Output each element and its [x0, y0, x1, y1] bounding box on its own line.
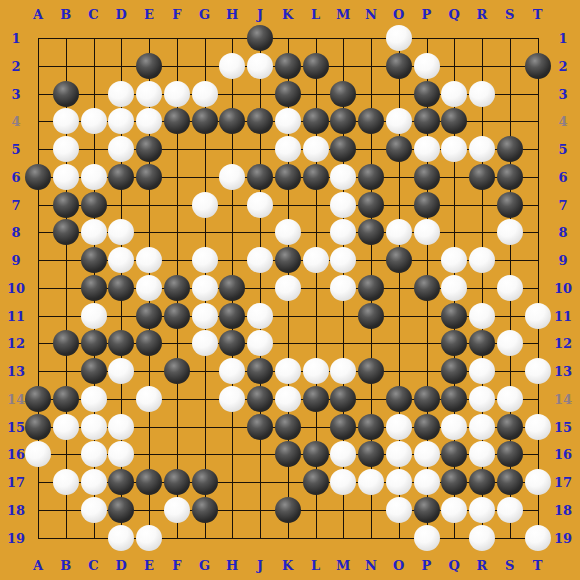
point-N14[interactable]	[357, 385, 385, 413]
point-C4[interactable]	[80, 107, 108, 135]
point-F11[interactable]	[163, 302, 191, 330]
point-Q18[interactable]	[440, 496, 468, 524]
point-B10[interactable]	[52, 274, 80, 302]
point-J1[interactable]	[246, 24, 274, 52]
point-F5[interactable]	[163, 135, 191, 163]
point-N9[interactable]	[357, 246, 385, 274]
point-C14[interactable]	[80, 385, 108, 413]
point-L13[interactable]	[302, 357, 330, 385]
point-M15[interactable]	[329, 413, 357, 441]
point-G13[interactable]	[191, 357, 219, 385]
point-R7[interactable]	[468, 191, 496, 219]
point-B3[interactable]	[52, 80, 80, 108]
point-G17[interactable]	[191, 468, 219, 496]
point-N11[interactable]	[357, 302, 385, 330]
point-K4[interactable]	[274, 107, 302, 135]
point-Q5[interactable]	[440, 135, 468, 163]
point-G9[interactable]	[191, 246, 219, 274]
point-J5[interactable]	[246, 135, 274, 163]
point-J18[interactable]	[246, 496, 274, 524]
point-S16[interactable]	[496, 440, 524, 468]
point-C5[interactable]	[80, 135, 108, 163]
point-R17[interactable]	[468, 468, 496, 496]
point-T3[interactable]	[524, 80, 552, 108]
point-H2[interactable]	[218, 52, 246, 80]
point-Q6[interactable]	[440, 163, 468, 191]
point-A16[interactable]	[24, 440, 52, 468]
point-M7[interactable]	[329, 191, 357, 219]
point-T7[interactable]	[524, 191, 552, 219]
point-F18[interactable]	[163, 496, 191, 524]
point-R8[interactable]	[468, 218, 496, 246]
point-F7[interactable]	[163, 191, 191, 219]
point-J17[interactable]	[246, 468, 274, 496]
point-F13[interactable]	[163, 357, 191, 385]
point-H16[interactable]	[218, 440, 246, 468]
point-D12[interactable]	[107, 329, 135, 357]
point-L12[interactable]	[302, 329, 330, 357]
point-C11[interactable]	[80, 302, 108, 330]
point-S1[interactable]	[496, 24, 524, 52]
point-F14[interactable]	[163, 385, 191, 413]
point-A5[interactable]	[24, 135, 52, 163]
point-B19[interactable]	[52, 524, 80, 552]
point-L10[interactable]	[302, 274, 330, 302]
point-J13[interactable]	[246, 357, 274, 385]
point-S15[interactable]	[496, 413, 524, 441]
point-E6[interactable]	[135, 163, 163, 191]
point-D7[interactable]	[107, 191, 135, 219]
point-Q4[interactable]	[440, 107, 468, 135]
point-A11[interactable]	[24, 302, 52, 330]
point-N8[interactable]	[357, 218, 385, 246]
point-R2[interactable]	[468, 52, 496, 80]
point-S7[interactable]	[496, 191, 524, 219]
point-F8[interactable]	[163, 218, 191, 246]
point-B15[interactable]	[52, 413, 80, 441]
point-L19[interactable]	[302, 524, 330, 552]
point-H14[interactable]	[218, 385, 246, 413]
point-K9[interactable]	[274, 246, 302, 274]
point-Q10[interactable]	[440, 274, 468, 302]
point-E11[interactable]	[135, 302, 163, 330]
point-J6[interactable]	[246, 163, 274, 191]
point-F9[interactable]	[163, 246, 191, 274]
point-R19[interactable]	[468, 524, 496, 552]
point-Q14[interactable]	[440, 385, 468, 413]
point-T18[interactable]	[524, 496, 552, 524]
point-Q9[interactable]	[440, 246, 468, 274]
point-C13[interactable]	[80, 357, 108, 385]
point-T15[interactable]	[524, 413, 552, 441]
point-A15[interactable]	[24, 413, 52, 441]
point-P3[interactable]	[413, 80, 441, 108]
point-E2[interactable]	[135, 52, 163, 80]
point-N5[interactable]	[357, 135, 385, 163]
point-D1[interactable]	[107, 24, 135, 52]
point-Q16[interactable]	[440, 440, 468, 468]
point-A7[interactable]	[24, 191, 52, 219]
point-J8[interactable]	[246, 218, 274, 246]
point-D10[interactable]	[107, 274, 135, 302]
point-B18[interactable]	[52, 496, 80, 524]
point-C2[interactable]	[80, 52, 108, 80]
point-B12[interactable]	[52, 329, 80, 357]
point-T11[interactable]	[524, 302, 552, 330]
point-L2[interactable]	[302, 52, 330, 80]
point-P8[interactable]	[413, 218, 441, 246]
point-P6[interactable]	[413, 163, 441, 191]
point-T2[interactable]	[524, 52, 552, 80]
point-H12[interactable]	[218, 329, 246, 357]
point-O13[interactable]	[385, 357, 413, 385]
point-A14[interactable]	[24, 385, 52, 413]
point-E14[interactable]	[135, 385, 163, 413]
point-S4[interactable]	[496, 107, 524, 135]
point-S3[interactable]	[496, 80, 524, 108]
point-G4[interactable]	[191, 107, 219, 135]
point-D13[interactable]	[107, 357, 135, 385]
point-R5[interactable]	[468, 135, 496, 163]
point-E4[interactable]	[135, 107, 163, 135]
point-M19[interactable]	[329, 524, 357, 552]
point-G19[interactable]	[191, 524, 219, 552]
point-C7[interactable]	[80, 191, 108, 219]
point-J12[interactable]	[246, 329, 274, 357]
point-A19[interactable]	[24, 524, 52, 552]
point-O16[interactable]	[385, 440, 413, 468]
point-T6[interactable]	[524, 163, 552, 191]
point-E1[interactable]	[135, 24, 163, 52]
point-S11[interactable]	[496, 302, 524, 330]
point-M6[interactable]	[329, 163, 357, 191]
point-O12[interactable]	[385, 329, 413, 357]
point-J11[interactable]	[246, 302, 274, 330]
point-S5[interactable]	[496, 135, 524, 163]
point-K10[interactable]	[274, 274, 302, 302]
point-S8[interactable]	[496, 218, 524, 246]
point-Q17[interactable]	[440, 468, 468, 496]
point-D19[interactable]	[107, 524, 135, 552]
point-T4[interactable]	[524, 107, 552, 135]
point-G12[interactable]	[191, 329, 219, 357]
point-Q19[interactable]	[440, 524, 468, 552]
point-G2[interactable]	[191, 52, 219, 80]
point-F10[interactable]	[163, 274, 191, 302]
point-R16[interactable]	[468, 440, 496, 468]
point-L18[interactable]	[302, 496, 330, 524]
point-O5[interactable]	[385, 135, 413, 163]
point-T12[interactable]	[524, 329, 552, 357]
point-N1[interactable]	[357, 24, 385, 52]
point-P4[interactable]	[413, 107, 441, 135]
point-O17[interactable]	[385, 468, 413, 496]
point-M3[interactable]	[329, 80, 357, 108]
point-O2[interactable]	[385, 52, 413, 80]
point-G14[interactable]	[191, 385, 219, 413]
point-B7[interactable]	[52, 191, 80, 219]
point-D6[interactable]	[107, 163, 135, 191]
point-Q11[interactable]	[440, 302, 468, 330]
point-Q3[interactable]	[440, 80, 468, 108]
point-T16[interactable]	[524, 440, 552, 468]
point-F4[interactable]	[163, 107, 191, 135]
point-T17[interactable]	[524, 468, 552, 496]
point-E16[interactable]	[135, 440, 163, 468]
point-M18[interactable]	[329, 496, 357, 524]
point-M14[interactable]	[329, 385, 357, 413]
point-H4[interactable]	[218, 107, 246, 135]
point-P2[interactable]	[413, 52, 441, 80]
point-M9[interactable]	[329, 246, 357, 274]
point-K11[interactable]	[274, 302, 302, 330]
point-R4[interactable]	[468, 107, 496, 135]
point-A1[interactable]	[24, 24, 52, 52]
point-O10[interactable]	[385, 274, 413, 302]
point-N15[interactable]	[357, 413, 385, 441]
point-J9[interactable]	[246, 246, 274, 274]
point-N6[interactable]	[357, 163, 385, 191]
point-G3[interactable]	[191, 80, 219, 108]
point-R1[interactable]	[468, 24, 496, 52]
point-O11[interactable]	[385, 302, 413, 330]
point-S2[interactable]	[496, 52, 524, 80]
point-F19[interactable]	[163, 524, 191, 552]
point-L11[interactable]	[302, 302, 330, 330]
point-D8[interactable]	[107, 218, 135, 246]
point-R10[interactable]	[468, 274, 496, 302]
point-L3[interactable]	[302, 80, 330, 108]
point-S10[interactable]	[496, 274, 524, 302]
point-F16[interactable]	[163, 440, 191, 468]
point-L8[interactable]	[302, 218, 330, 246]
point-G1[interactable]	[191, 24, 219, 52]
point-M2[interactable]	[329, 52, 357, 80]
point-P15[interactable]	[413, 413, 441, 441]
point-F1[interactable]	[163, 24, 191, 52]
point-S14[interactable]	[496, 385, 524, 413]
point-Q1[interactable]	[440, 24, 468, 52]
point-P9[interactable]	[413, 246, 441, 274]
point-M10[interactable]	[329, 274, 357, 302]
point-D16[interactable]	[107, 440, 135, 468]
point-J19[interactable]	[246, 524, 274, 552]
point-O4[interactable]	[385, 107, 413, 135]
point-J7[interactable]	[246, 191, 274, 219]
point-A6[interactable]	[24, 163, 52, 191]
point-T10[interactable]	[524, 274, 552, 302]
point-A2[interactable]	[24, 52, 52, 80]
point-O14[interactable]	[385, 385, 413, 413]
point-H1[interactable]	[218, 24, 246, 52]
point-A13[interactable]	[24, 357, 52, 385]
point-O15[interactable]	[385, 413, 413, 441]
point-B9[interactable]	[52, 246, 80, 274]
point-C3[interactable]	[80, 80, 108, 108]
point-A8[interactable]	[24, 218, 52, 246]
point-P19[interactable]	[413, 524, 441, 552]
point-Q12[interactable]	[440, 329, 468, 357]
point-L15[interactable]	[302, 413, 330, 441]
point-H11[interactable]	[218, 302, 246, 330]
point-G15[interactable]	[191, 413, 219, 441]
point-H7[interactable]	[218, 191, 246, 219]
point-N19[interactable]	[357, 524, 385, 552]
point-E3[interactable]	[135, 80, 163, 108]
point-C16[interactable]	[80, 440, 108, 468]
point-L1[interactable]	[302, 24, 330, 52]
point-N16[interactable]	[357, 440, 385, 468]
point-R15[interactable]	[468, 413, 496, 441]
point-H10[interactable]	[218, 274, 246, 302]
point-M13[interactable]	[329, 357, 357, 385]
point-A3[interactable]	[24, 80, 52, 108]
point-Q2[interactable]	[440, 52, 468, 80]
point-G5[interactable]	[191, 135, 219, 163]
point-D5[interactable]	[107, 135, 135, 163]
point-O9[interactable]	[385, 246, 413, 274]
point-B6[interactable]	[52, 163, 80, 191]
point-D11[interactable]	[107, 302, 135, 330]
point-C1[interactable]	[80, 24, 108, 52]
point-H9[interactable]	[218, 246, 246, 274]
point-G10[interactable]	[191, 274, 219, 302]
point-C10[interactable]	[80, 274, 108, 302]
point-F2[interactable]	[163, 52, 191, 80]
point-N3[interactable]	[357, 80, 385, 108]
point-M16[interactable]	[329, 440, 357, 468]
point-Q13[interactable]	[440, 357, 468, 385]
point-D3[interactable]	[107, 80, 135, 108]
point-S13[interactable]	[496, 357, 524, 385]
point-E10[interactable]	[135, 274, 163, 302]
point-K18[interactable]	[274, 496, 302, 524]
point-M8[interactable]	[329, 218, 357, 246]
point-H6[interactable]	[218, 163, 246, 191]
point-F12[interactable]	[163, 329, 191, 357]
point-M12[interactable]	[329, 329, 357, 357]
point-F17[interactable]	[163, 468, 191, 496]
point-S18[interactable]	[496, 496, 524, 524]
point-H18[interactable]	[218, 496, 246, 524]
point-K17[interactable]	[274, 468, 302, 496]
point-R3[interactable]	[468, 80, 496, 108]
point-O8[interactable]	[385, 218, 413, 246]
point-P11[interactable]	[413, 302, 441, 330]
point-G11[interactable]	[191, 302, 219, 330]
point-N7[interactable]	[357, 191, 385, 219]
point-D2[interactable]	[107, 52, 135, 80]
point-Q7[interactable]	[440, 191, 468, 219]
point-T19[interactable]	[524, 524, 552, 552]
point-C18[interactable]	[80, 496, 108, 524]
point-P14[interactable]	[413, 385, 441, 413]
point-G18[interactable]	[191, 496, 219, 524]
point-H17[interactable]	[218, 468, 246, 496]
point-E19[interactable]	[135, 524, 163, 552]
point-C17[interactable]	[80, 468, 108, 496]
point-T13[interactable]	[524, 357, 552, 385]
point-O1[interactable]	[385, 24, 413, 52]
point-D9[interactable]	[107, 246, 135, 274]
point-B5[interactable]	[52, 135, 80, 163]
point-E7[interactable]	[135, 191, 163, 219]
point-M17[interactable]	[329, 468, 357, 496]
point-E9[interactable]	[135, 246, 163, 274]
point-P13[interactable]	[413, 357, 441, 385]
point-E18[interactable]	[135, 496, 163, 524]
point-A12[interactable]	[24, 329, 52, 357]
point-D18[interactable]	[107, 496, 135, 524]
point-A9[interactable]	[24, 246, 52, 274]
point-J2[interactable]	[246, 52, 274, 80]
point-R12[interactable]	[468, 329, 496, 357]
point-O18[interactable]	[385, 496, 413, 524]
point-P1[interactable]	[413, 24, 441, 52]
point-N10[interactable]	[357, 274, 385, 302]
point-C6[interactable]	[80, 163, 108, 191]
point-K19[interactable]	[274, 524, 302, 552]
point-B4[interactable]	[52, 107, 80, 135]
point-F15[interactable]	[163, 413, 191, 441]
point-D15[interactable]	[107, 413, 135, 441]
point-D17[interactable]	[107, 468, 135, 496]
point-G6[interactable]	[191, 163, 219, 191]
point-R13[interactable]	[468, 357, 496, 385]
point-L4[interactable]	[302, 107, 330, 135]
point-N12[interactable]	[357, 329, 385, 357]
point-T5[interactable]	[524, 135, 552, 163]
point-B13[interactable]	[52, 357, 80, 385]
point-F3[interactable]	[163, 80, 191, 108]
point-J3[interactable]	[246, 80, 274, 108]
point-L7[interactable]	[302, 191, 330, 219]
point-N18[interactable]	[357, 496, 385, 524]
point-K16[interactable]	[274, 440, 302, 468]
point-H8[interactable]	[218, 218, 246, 246]
point-L17[interactable]	[302, 468, 330, 496]
point-A17[interactable]	[24, 468, 52, 496]
point-T9[interactable]	[524, 246, 552, 274]
point-B2[interactable]	[52, 52, 80, 80]
point-G7[interactable]	[191, 191, 219, 219]
point-C19[interactable]	[80, 524, 108, 552]
point-O3[interactable]	[385, 80, 413, 108]
point-J14[interactable]	[246, 385, 274, 413]
point-E17[interactable]	[135, 468, 163, 496]
point-O19[interactable]	[385, 524, 413, 552]
point-C9[interactable]	[80, 246, 108, 274]
point-O7[interactable]	[385, 191, 413, 219]
point-J16[interactable]	[246, 440, 274, 468]
point-B17[interactable]	[52, 468, 80, 496]
point-G8[interactable]	[191, 218, 219, 246]
point-R14[interactable]	[468, 385, 496, 413]
point-L5[interactable]	[302, 135, 330, 163]
point-M1[interactable]	[329, 24, 357, 52]
point-A10[interactable]	[24, 274, 52, 302]
point-R9[interactable]	[468, 246, 496, 274]
point-J15[interactable]	[246, 413, 274, 441]
point-L14[interactable]	[302, 385, 330, 413]
point-N13[interactable]	[357, 357, 385, 385]
point-F6[interactable]	[163, 163, 191, 191]
point-B14[interactable]	[52, 385, 80, 413]
point-R6[interactable]	[468, 163, 496, 191]
point-Q8[interactable]	[440, 218, 468, 246]
point-K7[interactable]	[274, 191, 302, 219]
point-K1[interactable]	[274, 24, 302, 52]
